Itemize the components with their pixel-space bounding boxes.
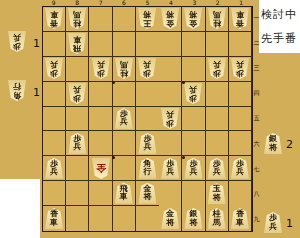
- piece-kanji: 行: [13, 82, 21, 91]
- status-analyzing-label: 検討中: [261, 7, 297, 22]
- square-2d[interactable]: [206, 82, 229, 107]
- piece-kanji: 桂: [73, 19, 81, 28]
- square-6d[interactable]: [113, 82, 136, 107]
- square-2h[interactable]: 玉将: [206, 181, 229, 206]
- piece-桂馬-gote[interactable]: 桂馬: [115, 58, 133, 79]
- piece-kanji: 兵: [73, 85, 81, 94]
- turn-indicator-label: 先手番: [261, 31, 297, 46]
- piece-kanji: 兵: [166, 110, 174, 119]
- square-5e[interactable]: [136, 107, 159, 132]
- piece-歩兵-gote[interactable]: 歩兵: [92, 58, 110, 79]
- square-8b[interactable]: 飛車: [66, 32, 89, 57]
- piece-kanji: 兵: [189, 85, 197, 94]
- square-7c[interactable]: 歩兵: [89, 57, 112, 82]
- square-7i[interactable]: [89, 206, 112, 231]
- star-point: [182, 156, 185, 159]
- square-4f[interactable]: [159, 131, 182, 156]
- square-3h[interactable]: [182, 181, 205, 206]
- square-4h[interactable]: [159, 181, 182, 206]
- piece-kanji: 車: [236, 10, 244, 19]
- square-8e[interactable]: [66, 107, 89, 132]
- square-8i[interactable]: [66, 206, 89, 231]
- square-8f[interactable]: 歩兵: [66, 131, 89, 156]
- piece-金将-sente[interactable]: 金将: [138, 183, 156, 204]
- rank-label: 三: [253, 56, 261, 81]
- square-6b[interactable]: [113, 32, 136, 57]
- square-3g[interactable]: 歩兵: [182, 156, 205, 181]
- piece-kanji: 馬: [213, 10, 221, 19]
- piece-香車-gote[interactable]: 香車: [45, 8, 63, 29]
- piece-歩兵-sente[interactable]: 歩兵: [231, 158, 249, 179]
- square-9f[interactable]: [43, 131, 66, 156]
- piece-kanji: 歩: [13, 42, 21, 51]
- piece-kanji: 飛: [73, 44, 81, 53]
- piece-kanji: 馬: [213, 219, 221, 228]
- square-2e[interactable]: [206, 107, 229, 132]
- square-2i[interactable]: 桂馬: [206, 206, 229, 231]
- square-7e[interactable]: [89, 107, 112, 132]
- piece-歩兵-sente[interactable]: 歩兵: [138, 133, 156, 154]
- square-6a[interactable]: [113, 7, 136, 32]
- square-1e[interactable]: [229, 107, 252, 132]
- square-3b[interactable]: [182, 32, 205, 57]
- square-7g[interactable]: 全: [89, 156, 112, 181]
- square-7b[interactable]: [89, 32, 112, 57]
- square-9a[interactable]: 香車: [43, 7, 66, 32]
- piece-歩兵-gote[interactable]: 歩兵: [161, 108, 179, 129]
- piece-歩兵-sente[interactable]: 歩兵: [161, 158, 179, 179]
- piece-kanji: 兵: [236, 60, 244, 69]
- rank-label: 八: [253, 182, 261, 207]
- piece-金将-gote[interactable]: 金将: [184, 8, 202, 29]
- piece-kanji: 桂: [120, 69, 128, 78]
- piece-歩兵-gote[interactable]: 歩兵: [184, 83, 202, 104]
- piece-kanji: 将: [166, 219, 174, 228]
- gote-hand-piece-bishop[interactable]: 角行: [8, 80, 26, 101]
- piece-歩兵-sente[interactable]: 歩兵: [115, 108, 133, 129]
- piece-kanji: 兵: [143, 143, 151, 152]
- piece-kanji: 兵: [120, 118, 128, 127]
- rank-label: 六: [253, 132, 261, 157]
- piece-歩兵-sente[interactable]: 歩兵: [184, 158, 202, 179]
- square-8c[interactable]: [66, 57, 89, 82]
- square-5c[interactable]: 歩兵: [136, 57, 159, 82]
- piece-kanji: 将: [189, 10, 197, 19]
- square-2a[interactable]: 桂馬: [206, 7, 229, 32]
- square-9h[interactable]: [43, 181, 66, 206]
- square-6g[interactable]: [113, 156, 136, 181]
- piece-kanji: 歩: [73, 94, 81, 103]
- rank-label: 五: [253, 106, 261, 131]
- piece-kanji: 将: [189, 219, 197, 228]
- piece-kanji: 兵: [236, 168, 244, 177]
- piece-kanji: 兵: [269, 223, 277, 232]
- piece-kanji: 行: [143, 168, 151, 177]
- sente-hand-count-silver: 2: [286, 138, 293, 151]
- piece-歩兵-sente[interactable]: 歩兵: [45, 158, 63, 179]
- piece-kanji: 兵: [50, 168, 58, 177]
- piece-kanji: 兵: [166, 168, 174, 177]
- piece-kanji: 馬: [73, 10, 81, 19]
- rank-label: 四: [253, 81, 261, 106]
- square-7f[interactable]: [89, 131, 112, 156]
- board-grid[interactable]: 香車桂馬王将金将金将桂馬香車飛車歩兵歩兵桂馬歩兵歩兵歩兵歩兵歩兵歩兵歩兵歩兵歩兵…: [42, 6, 253, 232]
- square-1b[interactable]: [229, 32, 252, 57]
- piece-歩兵-gote[interactable]: 歩兵: [68, 83, 86, 104]
- square-1i[interactable]: 香車: [229, 206, 252, 231]
- square-2f[interactable]: [206, 131, 229, 156]
- square-1g[interactable]: 歩兵: [229, 156, 252, 181]
- piece-桂馬-sente[interactable]: 桂馬: [208, 208, 226, 229]
- sente-hand-piece-silver[interactable]: 銀将: [264, 133, 282, 154]
- piece-金将-sente[interactable]: 金将: [161, 208, 179, 229]
- piece-香車-sente[interactable]: 香車: [231, 208, 249, 229]
- piece-歩兵-sente[interactable]: 歩兵: [68, 133, 86, 154]
- square-5f[interactable]: 歩兵: [136, 131, 159, 156]
- piece-角行-sente[interactable]: 角行: [138, 158, 156, 179]
- square-9c[interactable]: 歩兵: [43, 57, 66, 82]
- square-5a[interactable]: 王将: [136, 7, 159, 32]
- piece-飛車-gote[interactable]: 飛車: [68, 33, 86, 54]
- square-3a[interactable]: 金将: [182, 7, 205, 32]
- square-7d[interactable]: [89, 82, 112, 107]
- square-3i[interactable]: 銀将: [182, 206, 205, 231]
- square-4i[interactable]: 金将: [159, 206, 182, 231]
- square-4g[interactable]: 歩兵: [159, 156, 182, 181]
- piece-歩兵-gote[interactable]: 歩兵: [208, 58, 226, 79]
- square-4c[interactable]: [159, 57, 182, 82]
- piece-kanji: 全: [96, 163, 106, 174]
- square-4b[interactable]: [159, 32, 182, 57]
- square-9d[interactable]: [43, 82, 66, 107]
- square-6c[interactable]: 桂馬: [113, 57, 136, 82]
- square-8g[interactable]: [66, 156, 89, 181]
- piece-kanji: 王: [143, 19, 151, 28]
- rank-label: 九: [253, 207, 261, 232]
- piece-kanji: 歩: [50, 69, 58, 78]
- square-1c[interactable]: 歩兵: [229, 57, 252, 82]
- piece-kanji: 兵: [13, 33, 21, 42]
- piece-kanji: 将: [213, 194, 221, 203]
- square-2g[interactable]: 歩兵: [206, 156, 229, 181]
- piece-歩兵-gote[interactable]: 歩兵: [138, 58, 156, 79]
- piece-kanji: 将: [269, 144, 277, 153]
- rank-labels: 一二三四五六七八九: [253, 6, 261, 232]
- sente-hand-count-pawn: 1: [286, 217, 293, 230]
- piece-王将-gote[interactable]: 王将: [138, 8, 156, 29]
- square-2c[interactable]: 歩兵: [206, 57, 229, 82]
- piece-香車-gote[interactable]: 香車: [231, 8, 249, 29]
- piece-kanji: 歩: [189, 94, 197, 103]
- square-8a[interactable]: 桂馬: [66, 7, 89, 32]
- square-3e[interactable]: [182, 107, 205, 132]
- piece-kanji: 香: [50, 19, 58, 28]
- piece-桂馬-gote[interactable]: 桂馬: [68, 8, 86, 29]
- square-3f[interactable]: [182, 131, 205, 156]
- sente-hand-piece-pawn[interactable]: 歩兵: [264, 212, 282, 233]
- square-7h[interactable]: [89, 181, 112, 206]
- piece-歩兵-sente[interactable]: 歩兵: [208, 158, 226, 179]
- square-6i[interactable]: [113, 206, 136, 231]
- piece-歩兵-gote[interactable]: 歩兵: [45, 58, 63, 79]
- piece-kanji: 将: [166, 10, 174, 19]
- square-5d[interactable]: [136, 82, 159, 107]
- square-5b[interactable]: [136, 32, 159, 57]
- square-5i[interactable]: [136, 206, 159, 231]
- square-7a[interactable]: [89, 7, 112, 32]
- square-1d[interactable]: [229, 82, 252, 107]
- rank-label: 一: [253, 6, 261, 31]
- piece-kanji: 角: [13, 91, 21, 100]
- square-4a[interactable]: 金将: [159, 7, 182, 32]
- piece-kanji: 歩: [143, 69, 151, 78]
- square-9b[interactable]: [43, 32, 66, 57]
- piece-kanji: 桂: [213, 19, 221, 28]
- square-3d[interactable]: 歩兵: [182, 82, 205, 107]
- piece-kanji: 兵: [213, 60, 221, 69]
- square-9g[interactable]: 歩兵: [43, 156, 66, 181]
- star-point: [182, 81, 185, 84]
- piece-kanji: 金: [166, 19, 174, 28]
- square-3c[interactable]: [182, 57, 205, 82]
- piece-kanji: 兵: [143, 60, 151, 69]
- gote-hand-count-bishop: 1: [33, 86, 40, 99]
- gote-hand-piece-pawn[interactable]: 歩兵: [8, 31, 26, 52]
- square-6e[interactable]: 歩兵: [113, 107, 136, 132]
- piece-kanji: 車: [236, 219, 244, 228]
- square-8h[interactable]: [66, 181, 89, 206]
- piece-金将-gote[interactable]: 金将: [161, 8, 179, 29]
- square-5g[interactable]: 角行: [136, 156, 159, 181]
- piece-kanji: 歩: [166, 118, 174, 127]
- piece-飛車-sente[interactable]: 飛車: [115, 183, 133, 204]
- piece-kanji: 車: [50, 10, 58, 19]
- piece-kanji: 兵: [73, 143, 81, 152]
- piece-桂馬-gote[interactable]: 桂馬: [208, 8, 226, 29]
- square-6h[interactable]: 飛車: [113, 181, 136, 206]
- piece-kanji: 馬: [120, 60, 128, 69]
- star-point: [112, 156, 115, 159]
- piece-銀将-sente[interactable]: 銀将: [184, 208, 202, 229]
- piece-kanji: 兵: [50, 60, 58, 69]
- piece-kanji: 車: [120, 193, 128, 202]
- square-5h[interactable]: 金将: [136, 181, 159, 206]
- piece-kanji: 将: [143, 193, 151, 202]
- piece-kanji: 歩: [97, 69, 105, 78]
- square-9e[interactable]: [43, 107, 66, 132]
- piece-kanji: 車: [73, 35, 81, 44]
- piece-玉将-sente[interactable]: 玉将: [208, 183, 226, 204]
- square-2b[interactable]: [206, 32, 229, 57]
- square-9i[interactable]: 香車: [43, 206, 66, 231]
- square-4d[interactable]: [159, 82, 182, 107]
- star-point: [112, 81, 115, 84]
- piece-kanji: 兵: [213, 168, 221, 177]
- piece-全-gote[interactable]: 全: [92, 158, 110, 179]
- piece-kanji: 車: [50, 219, 58, 228]
- piece-kanji: 金: [189, 19, 197, 28]
- rank-label: 七: [253, 157, 261, 182]
- piece-歩兵-gote[interactable]: 歩兵: [231, 58, 249, 79]
- square-6f[interactable]: [113, 131, 136, 156]
- piece-香車-sente[interactable]: 香車: [45, 208, 63, 229]
- piece-kanji: 歩: [236, 69, 244, 78]
- piece-kanji: 香: [236, 19, 244, 28]
- piece-kanji: 将: [143, 10, 151, 19]
- piece-kanji: 歩: [213, 69, 221, 78]
- square-8d[interactable]: 歩兵: [66, 82, 89, 107]
- piece-kanji: 兵: [189, 168, 197, 177]
- square-4e[interactable]: 歩兵: [159, 107, 182, 132]
- square-1f[interactable]: [229, 131, 252, 156]
- rank-label: 二: [253, 31, 261, 56]
- square-1h[interactable]: [229, 181, 252, 206]
- square-1a[interactable]: 香車: [229, 7, 252, 32]
- piece-kanji: 兵: [97, 60, 105, 69]
- gote-hand-count-pawn: 1: [33, 37, 40, 50]
